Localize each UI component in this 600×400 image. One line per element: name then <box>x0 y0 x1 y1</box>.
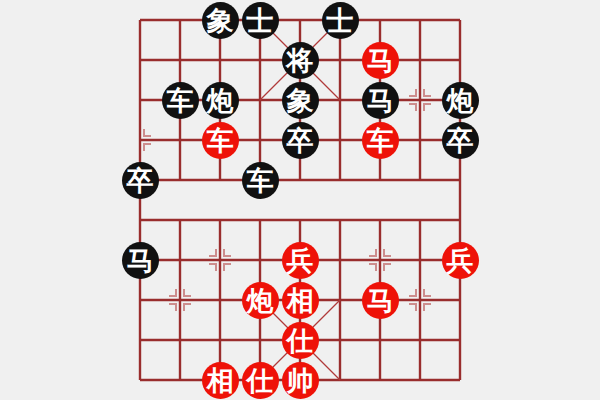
black-elephant-piece[interactable]: 象 <box>202 2 239 39</box>
board-point-f2-r8[interactable] <box>200 320 240 360</box>
board-point-f7-r2[interactable] <box>400 80 440 120</box>
board-point-f3-r3[interactable] <box>240 120 280 160</box>
red-horse-piece[interactable]: 马 <box>362 282 399 319</box>
board-point-f8-r4[interactable] <box>440 160 480 200</box>
board-point-f6-r0[interactable] <box>360 0 400 40</box>
board-point-f0-r2[interactable] <box>120 80 160 120</box>
board-point-f1-r4[interactable] <box>160 160 200 200</box>
board-point-f7-r3[interactable] <box>400 120 440 160</box>
board-point-f1-r3[interactable] <box>160 120 200 160</box>
board-point-f5-r4[interactable] <box>320 160 360 200</box>
red-elephant-piece[interactable]: 相 <box>202 362 239 399</box>
red-soldier-piece[interactable]: 兵 <box>282 242 319 279</box>
board-point-f7-r8[interactable] <box>400 320 440 360</box>
board-point-f2-r9[interactable]: 相 <box>200 360 240 400</box>
board-point-f8-r8[interactable] <box>440 320 480 360</box>
red-soldier-piece[interactable]: 兵 <box>442 242 479 279</box>
board-point-f8-r7[interactable] <box>440 280 480 320</box>
black-soldier-piece[interactable]: 卒 <box>122 162 159 199</box>
red-advisor-piece[interactable]: 仕 <box>242 362 279 399</box>
black-soldier-piece[interactable]: 卒 <box>442 122 479 159</box>
board-point-f0-r4[interactable]: 卒 <box>120 160 160 200</box>
board-point-f2-r4[interactable] <box>200 160 240 200</box>
board-point-f0-r7[interactable] <box>120 280 160 320</box>
black-horse-piece[interactable]: 马 <box>122 242 159 279</box>
board-point-f4-r6[interactable]: 兵 <box>280 240 320 280</box>
board-point-f5-r2[interactable] <box>320 80 360 120</box>
board-point-f3-r4[interactable]: 车 <box>240 160 280 200</box>
board-point-f6-r9[interactable] <box>360 360 400 400</box>
board-point-f2-r6[interactable] <box>200 240 240 280</box>
black-horse-piece[interactable]: 马 <box>362 82 399 119</box>
board-point-f0-r8[interactable] <box>120 320 160 360</box>
board-point-f6-r2[interactable]: 马 <box>360 80 400 120</box>
board-point-f7-r7[interactable] <box>400 280 440 320</box>
red-chariot-piece[interactable]: 车 <box>202 122 239 159</box>
board-point-f3-r8[interactable] <box>240 320 280 360</box>
red-advisor-piece[interactable]: 仕 <box>282 322 319 359</box>
black-advisor-piece[interactable]: 士 <box>242 2 279 39</box>
board-point-f5-r0[interactable]: 士 <box>320 0 360 40</box>
board-point-f6-r7[interactable]: 马 <box>360 280 400 320</box>
board-point-f1-r2[interactable]: 车 <box>160 80 200 120</box>
board-point-f1-r6[interactable] <box>160 240 200 280</box>
board-point-f3-r6[interactable] <box>240 240 280 280</box>
board-point-f3-r0[interactable]: 士 <box>240 0 280 40</box>
board-point-f6-r8[interactable] <box>360 320 400 360</box>
board-point-f4-r2[interactable]: 象 <box>280 80 320 120</box>
xiangqi-app: 象士士将马车炮象马炮车卒车卒卒车马兵兵炮相马仕相仕帅 <box>0 0 600 400</box>
board-point-f3-r7[interactable]: 炮 <box>240 280 280 320</box>
board-point-f4-r5[interactable] <box>280 200 320 240</box>
board-point-f3-r5[interactable] <box>240 200 280 240</box>
board-point-f5-r1[interactable] <box>320 40 360 80</box>
board-point-f7-r4[interactable] <box>400 160 440 200</box>
black-elephant-piece[interactable]: 象 <box>282 82 319 119</box>
board-point-f8-r5[interactable] <box>440 200 480 240</box>
board-point-f3-r2[interactable] <box>240 80 280 120</box>
board-point-f8-r3[interactable]: 卒 <box>440 120 480 160</box>
board-point-f4-r8[interactable]: 仕 <box>280 320 320 360</box>
board-point-f8-r9[interactable] <box>440 360 480 400</box>
board-point-f3-r9[interactable]: 仕 <box>240 360 280 400</box>
board-point-f2-r5[interactable] <box>200 200 240 240</box>
board-point-f1-r1[interactable] <box>160 40 200 80</box>
board-points: 象士士将马车炮象马炮车卒车卒卒车马兵兵炮相马仕相仕帅 <box>120 0 480 400</box>
board-point-f7-r9[interactable] <box>400 360 440 400</box>
board-point-f1-r7[interactable] <box>160 280 200 320</box>
board-point-f0-r6[interactable]: 马 <box>120 240 160 280</box>
red-general-piece[interactable]: 帅 <box>282 362 319 399</box>
board-point-f3-r1[interactable] <box>240 40 280 80</box>
board-point-f0-r0[interactable] <box>120 0 160 40</box>
black-advisor-piece[interactable]: 士 <box>322 2 359 39</box>
board-point-f0-r3[interactable] <box>120 120 160 160</box>
board-point-f6-r6[interactable] <box>360 240 400 280</box>
board-point-f4-r4[interactable] <box>280 160 320 200</box>
board-point-f1-r5[interactable] <box>160 200 200 240</box>
red-horse-piece[interactable]: 马 <box>362 42 399 79</box>
red-elephant-piece[interactable]: 相 <box>282 282 319 319</box>
board-point-f2-r3[interactable]: 车 <box>200 120 240 160</box>
board-point-f1-r0[interactable] <box>160 0 200 40</box>
black-soldier-piece[interactable]: 卒 <box>282 122 319 159</box>
board-point-f5-r9[interactable] <box>320 360 360 400</box>
board-point-f5-r5[interactable] <box>320 200 360 240</box>
red-cannon-piece[interactable]: 炮 <box>242 282 279 319</box>
board-point-f2-r2[interactable]: 炮 <box>200 80 240 120</box>
board-point-f0-r9[interactable] <box>120 360 160 400</box>
board-point-f5-r6[interactable] <box>320 240 360 280</box>
board-point-f6-r4[interactable] <box>360 160 400 200</box>
board-point-f6-r3[interactable]: 车 <box>360 120 400 160</box>
board-point-f4-r3[interactable]: 卒 <box>280 120 320 160</box>
board-point-f1-r9[interactable] <box>160 360 200 400</box>
board-point-f7-r0[interactable] <box>400 0 440 40</box>
board-point-f7-r6[interactable] <box>400 240 440 280</box>
board-point-f8-r6[interactable]: 兵 <box>440 240 480 280</box>
board-point-f4-r1[interactable]: 将 <box>280 40 320 80</box>
black-general-piece[interactable]: 将 <box>282 42 319 79</box>
black-cannon-piece[interactable]: 炮 <box>202 82 239 119</box>
board-point-f4-r0[interactable] <box>280 0 320 40</box>
board-point-f5-r3[interactable] <box>320 120 360 160</box>
black-cannon-piece[interactable]: 炮 <box>442 82 479 119</box>
board-point-f0-r1[interactable] <box>120 40 160 80</box>
board-point-f4-r9[interactable]: 帅 <box>280 360 320 400</box>
black-chariot-piece[interactable]: 车 <box>242 162 279 199</box>
board-point-f6-r5[interactable] <box>360 200 400 240</box>
black-chariot-piece[interactable]: 车 <box>162 82 199 119</box>
board-point-f2-r0[interactable]: 象 <box>200 0 240 40</box>
board-point-f1-r8[interactable] <box>160 320 200 360</box>
board-point-f8-r1[interactable] <box>440 40 480 80</box>
board-point-f2-r7[interactable] <box>200 280 240 320</box>
board-point-f8-r0[interactable] <box>440 0 480 40</box>
board-point-f0-r5[interactable] <box>120 200 160 240</box>
board-point-f4-r7[interactable]: 相 <box>280 280 320 320</box>
board-point-f7-r5[interactable] <box>400 200 440 240</box>
board-point-f5-r8[interactable] <box>320 320 360 360</box>
board-point-f2-r1[interactable] <box>200 40 240 80</box>
board-point-f5-r7[interactable] <box>320 280 360 320</box>
board-point-f8-r2[interactable]: 炮 <box>440 80 480 120</box>
board-point-f6-r1[interactable]: 马 <box>360 40 400 80</box>
board-point-f7-r1[interactable] <box>400 40 440 80</box>
red-chariot-piece[interactable]: 车 <box>362 122 399 159</box>
